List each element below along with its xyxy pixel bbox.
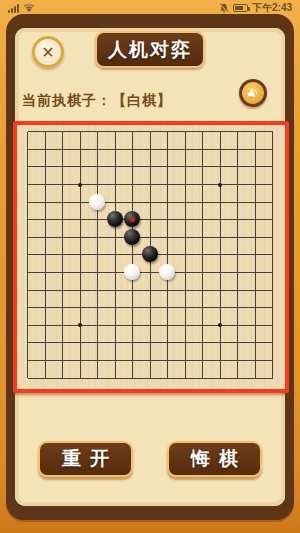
board-cell[interactable]	[142, 229, 160, 247]
board-cell[interactable]	[212, 299, 230, 317]
board-cell[interactable]	[212, 369, 230, 387]
board-cell[interactable]	[159, 211, 177, 229]
board-cell[interactable]	[264, 299, 282, 317]
board-cell[interactable]	[124, 176, 142, 194]
board-cell[interactable]	[72, 123, 90, 141]
board-cell[interactable]	[107, 211, 125, 229]
board-cell[interactable]	[89, 246, 107, 264]
undo-button[interactable]: 悔棋	[167, 441, 262, 477]
board-cell[interactable]	[54, 281, 72, 299]
board-cell[interactable]	[89, 193, 107, 211]
board-cell[interactable]	[159, 334, 177, 352]
board-cell[interactable]	[159, 193, 177, 211]
board-cell[interactable]	[177, 141, 195, 159]
board-cell[interactable]	[142, 158, 160, 176]
board-cell[interactable]	[72, 211, 90, 229]
black-stone	[142, 246, 158, 262]
board-cell[interactable]	[194, 123, 212, 141]
board-cell[interactable]	[19, 369, 37, 387]
board-cell[interactable]	[72, 229, 90, 247]
board-cell[interactable]	[264, 123, 282, 141]
star-point	[218, 183, 222, 187]
board-cell[interactable]	[107, 281, 125, 299]
board-cell[interactable]	[194, 352, 212, 370]
board-cell[interactable]	[72, 264, 90, 282]
board-cell[interactable]	[264, 352, 282, 370]
board-cell[interactable]	[247, 281, 265, 299]
board-cell[interactable]	[229, 299, 247, 317]
board-cell[interactable]	[264, 211, 282, 229]
board-cell[interactable]	[194, 158, 212, 176]
board-cell[interactable]	[54, 299, 72, 317]
board-cell[interactable]	[264, 334, 282, 352]
board-cell[interactable]	[89, 141, 107, 159]
board-cell[interactable]	[264, 229, 282, 247]
board-cell[interactable]	[54, 141, 72, 159]
board-cell[interactable]	[177, 123, 195, 141]
board-cell[interactable]	[142, 281, 160, 299]
board-cell[interactable]	[177, 369, 195, 387]
board-cell[interactable]	[264, 317, 282, 335]
board-cell[interactable]	[37, 176, 55, 194]
board-cell[interactable]	[19, 317, 37, 335]
board-cell[interactable]	[194, 246, 212, 264]
board-cell[interactable]	[72, 281, 90, 299]
board-cell[interactable]	[89, 369, 107, 387]
turn-label: 当前执棋子：【白棋】	[22, 92, 172, 110]
board-cell[interactable]	[247, 158, 265, 176]
board-cell[interactable]	[177, 281, 195, 299]
board-cell[interactable]	[107, 176, 125, 194]
white-stone	[124, 264, 140, 280]
board-cell[interactable]	[107, 246, 125, 264]
board-cell[interactable]	[124, 211, 142, 229]
board-cell[interactable]	[229, 193, 247, 211]
board-cell[interactable]	[19, 211, 37, 229]
board-cell[interactable]	[142, 123, 160, 141]
board-cell[interactable]	[142, 352, 160, 370]
board-cell[interactable]	[54, 264, 72, 282]
board-cell[interactable]	[107, 193, 125, 211]
board-cell[interactable]	[37, 369, 55, 387]
board-cell[interactable]	[247, 334, 265, 352]
board-cell[interactable]	[194, 299, 212, 317]
page-title: 人机对弈	[108, 37, 192, 63]
board-cell[interactable]	[142, 369, 160, 387]
board-cell[interactable]	[72, 176, 90, 194]
board-cell[interactable]	[19, 352, 37, 370]
battery-icon	[233, 4, 248, 12]
board-cell[interactable]	[54, 176, 72, 194]
board-cell[interactable]	[37, 317, 55, 335]
board-cell[interactable]	[159, 176, 177, 194]
status-time: 下午2:43	[252, 1, 292, 15]
board-cell[interactable]	[229, 211, 247, 229]
board-cell[interactable]	[72, 317, 90, 335]
board-cell[interactable]	[124, 317, 142, 335]
signal-icon	[8, 4, 19, 13]
board-cell[interactable]	[212, 141, 230, 159]
star-point	[78, 323, 82, 327]
board-cell[interactable]	[159, 352, 177, 370]
board-cell[interactable]	[54, 369, 72, 387]
turn-row: 当前执棋子：【白棋】	[22, 86, 278, 116]
board-cell[interactable]	[124, 123, 142, 141]
board-cell[interactable]	[107, 158, 125, 176]
title-plaque: 人机对弈	[95, 31, 205, 68]
board-cell[interactable]	[212, 211, 230, 229]
board-cell[interactable]	[142, 334, 160, 352]
board-cell[interactable]	[247, 246, 265, 264]
board-cell[interactable]	[264, 176, 282, 194]
board-cell[interactable]	[212, 281, 230, 299]
board-cell[interactable]	[159, 141, 177, 159]
board-cell[interactable]	[37, 123, 55, 141]
board-cell[interactable]	[89, 299, 107, 317]
board-cell[interactable]	[142, 317, 160, 335]
board-cell[interactable]	[159, 123, 177, 141]
board-cell[interactable]	[54, 334, 72, 352]
board-cell[interactable]	[159, 264, 177, 282]
board-cell[interactable]	[194, 211, 212, 229]
board-cell[interactable]	[247, 141, 265, 159]
white-stone	[89, 194, 105, 210]
board-cell[interactable]	[124, 352, 142, 370]
board-cell[interactable]	[124, 299, 142, 317]
board-cell[interactable]	[212, 352, 230, 370]
board-cell[interactable]	[37, 334, 55, 352]
board-cell[interactable]	[72, 369, 90, 387]
board-cell[interactable]	[37, 193, 55, 211]
board-cell[interactable]	[142, 211, 160, 229]
board-cell[interactable]	[72, 141, 90, 159]
board-cell[interactable]	[229, 281, 247, 299]
board-cell[interactable]	[54, 193, 72, 211]
board-cell[interactable]	[194, 369, 212, 387]
board-cell[interactable]	[177, 299, 195, 317]
close-icon: ✕	[41, 43, 54, 62]
board-cell[interactable]	[107, 334, 125, 352]
sound-button[interactable]	[239, 79, 267, 107]
board-cell[interactable]	[54, 317, 72, 335]
board-cell[interactable]	[107, 264, 125, 282]
board-cell[interactable]	[19, 281, 37, 299]
board-cell[interactable]	[72, 158, 90, 176]
sound-icon	[244, 84, 262, 102]
board-cell[interactable]	[142, 193, 160, 211]
board-cell[interactable]	[19, 229, 37, 247]
black-stone	[124, 211, 140, 227]
board-cell[interactable]	[107, 352, 125, 370]
board-cell[interactable]	[194, 281, 212, 299]
board-cell[interactable]	[177, 176, 195, 194]
board-cell[interactable]	[54, 123, 72, 141]
board-cell[interactable]	[124, 158, 142, 176]
board-cell[interactable]	[72, 299, 90, 317]
board-cell[interactable]	[247, 299, 265, 317]
board-cell[interactable]	[159, 299, 177, 317]
board-cell[interactable]	[229, 264, 247, 282]
board-cell[interactable]	[212, 229, 230, 247]
board-cell[interactable]	[194, 176, 212, 194]
board-cell[interactable]	[264, 369, 282, 387]
board-grid	[19, 123, 282, 387]
app-screen: 下午2:43 ✕ 人机对弈 当前执棋子：【白棋】	[0, 0, 300, 533]
board-cell[interactable]	[177, 264, 195, 282]
board-cell[interactable]	[264, 193, 282, 211]
board-cell[interactable]	[124, 193, 142, 211]
board-cell[interactable]	[107, 229, 125, 247]
board-cell[interactable]	[107, 141, 125, 159]
board-cell[interactable]	[142, 299, 160, 317]
board-cell[interactable]	[159, 246, 177, 264]
board-cell[interactable]	[89, 158, 107, 176]
board-cell[interactable]	[89, 281, 107, 299]
board-cell[interactable]	[89, 334, 107, 352]
board-cell[interactable]	[19, 264, 37, 282]
board-cell[interactable]	[212, 334, 230, 352]
board-cell[interactable]	[89, 317, 107, 335]
board-cell[interactable]	[212, 246, 230, 264]
board-cell[interactable]	[212, 264, 230, 282]
board-cell[interactable]	[19, 141, 37, 159]
board-cell[interactable]	[72, 246, 90, 264]
board-cell[interactable]	[229, 141, 247, 159]
board-cell[interactable]	[124, 229, 142, 247]
board-cell[interactable]	[72, 193, 90, 211]
board-cell[interactable]	[54, 352, 72, 370]
board-cell[interactable]	[107, 317, 125, 335]
undo-label: 悔棋	[191, 446, 247, 472]
board-cell[interactable]	[107, 369, 125, 387]
board-cell[interactable]	[247, 369, 265, 387]
board-cell[interactable]	[124, 246, 142, 264]
board-cell[interactable]	[124, 264, 142, 282]
board-cell[interactable]	[159, 229, 177, 247]
board-cell[interactable]	[19, 299, 37, 317]
board-cell[interactable]	[264, 141, 282, 159]
board-cell[interactable]	[194, 334, 212, 352]
board-cell[interactable]	[19, 193, 37, 211]
board-cell[interactable]	[72, 352, 90, 370]
board-cell[interactable]	[159, 158, 177, 176]
board-cell[interactable]	[194, 193, 212, 211]
board-cell[interactable]	[89, 229, 107, 247]
board-cell[interactable]	[37, 229, 55, 247]
board-cell[interactable]	[89, 352, 107, 370]
board-cell[interactable]	[19, 176, 37, 194]
board-cell[interactable]	[229, 352, 247, 370]
board-cell[interactable]	[247, 264, 265, 282]
board-cell[interactable]	[37, 158, 55, 176]
board-cell[interactable]	[247, 176, 265, 194]
board-cell[interactable]	[124, 141, 142, 159]
board-cell[interactable]	[107, 299, 125, 317]
board-cell[interactable]	[264, 281, 282, 299]
board-cell[interactable]	[142, 176, 160, 194]
board-cell[interactable]	[177, 334, 195, 352]
restart-label: 重开	[62, 446, 118, 472]
board-cell[interactable]	[194, 141, 212, 159]
board-cell[interactable]	[37, 352, 55, 370]
board-cell[interactable]	[142, 141, 160, 159]
board-cell[interactable]	[229, 229, 247, 247]
board-cell[interactable]	[229, 334, 247, 352]
board-cell[interactable]	[142, 264, 160, 282]
board-cell[interactable]	[124, 281, 142, 299]
board-cell[interactable]	[212, 176, 230, 194]
board-cell[interactable]	[229, 176, 247, 194]
mute-icon	[219, 3, 229, 13]
board-cell[interactable]	[37, 211, 55, 229]
board-cell[interactable]	[37, 264, 55, 282]
board-cell[interactable]	[177, 193, 195, 211]
board-cell[interactable]	[194, 229, 212, 247]
board-cell[interactable]	[212, 123, 230, 141]
board-cell[interactable]	[194, 264, 212, 282]
board-cell[interactable]	[159, 281, 177, 299]
board-cell[interactable]	[247, 211, 265, 229]
board-cell[interactable]	[177, 246, 195, 264]
board-cell[interactable]	[37, 281, 55, 299]
board-cell[interactable]	[159, 369, 177, 387]
board-cell[interactable]	[89, 123, 107, 141]
board-cell[interactable]	[194, 317, 212, 335]
board-cell[interactable]	[212, 158, 230, 176]
board-cell[interactable]	[229, 317, 247, 335]
board-cell[interactable]	[19, 158, 37, 176]
star-point	[78, 183, 82, 187]
board-cell[interactable]	[229, 246, 247, 264]
board-cell[interactable]	[247, 229, 265, 247]
board-cell[interactable]	[264, 264, 282, 282]
board-cell[interactable]	[264, 158, 282, 176]
board-cell[interactable]	[107, 123, 125, 141]
board-cell[interactable]	[247, 193, 265, 211]
board-cell[interactable]	[229, 158, 247, 176]
board-cell[interactable]	[37, 299, 55, 317]
board-cell[interactable]	[89, 176, 107, 194]
board-cell[interactable]	[54, 158, 72, 176]
status-right: 下午2:43	[219, 1, 292, 15]
board-cell[interactable]	[177, 158, 195, 176]
board-cell[interactable]	[177, 229, 195, 247]
board-cell[interactable]	[89, 211, 107, 229]
board-cell[interactable]	[72, 334, 90, 352]
board-cell[interactable]	[247, 123, 265, 141]
board-cell[interactable]	[124, 334, 142, 352]
restart-button[interactable]: 重开	[38, 441, 133, 477]
board-cell[interactable]	[177, 317, 195, 335]
board-cell[interactable]	[229, 123, 247, 141]
board-cell[interactable]	[177, 211, 195, 229]
board-cell[interactable]	[37, 141, 55, 159]
close-button[interactable]: ✕	[32, 36, 64, 68]
main-panel: ✕ 人机对弈 当前执棋子：【白棋】 重开	[15, 28, 285, 506]
board-cell[interactable]	[142, 246, 160, 264]
gomoku-board	[13, 121, 289, 393]
board-cell[interactable]	[177, 352, 195, 370]
board-cell[interactable]	[264, 246, 282, 264]
board-cell[interactable]	[212, 193, 230, 211]
board-cell[interactable]	[159, 317, 177, 335]
decorative-frame: ✕ 人机对弈 当前执棋子：【白棋】 重开	[6, 14, 294, 520]
white-stone	[159, 264, 175, 280]
wifi-icon	[23, 3, 35, 13]
black-stone	[107, 211, 123, 227]
board-cell[interactable]	[247, 352, 265, 370]
black-stone	[124, 229, 140, 245]
board-cell[interactable]	[37, 246, 55, 264]
board-cell[interactable]	[19, 334, 37, 352]
board-cell[interactable]	[124, 369, 142, 387]
star-point	[218, 323, 222, 327]
board-cell[interactable]	[229, 369, 247, 387]
board-cell[interactable]	[54, 246, 72, 264]
board-cell[interactable]	[247, 317, 265, 335]
board-cell[interactable]	[19, 246, 37, 264]
board-cell[interactable]	[212, 317, 230, 335]
board-cell[interactable]	[19, 123, 37, 141]
board-cell[interactable]	[54, 211, 72, 229]
status-left	[8, 3, 35, 13]
board-cell[interactable]	[89, 264, 107, 282]
board-cell[interactable]	[54, 229, 72, 247]
